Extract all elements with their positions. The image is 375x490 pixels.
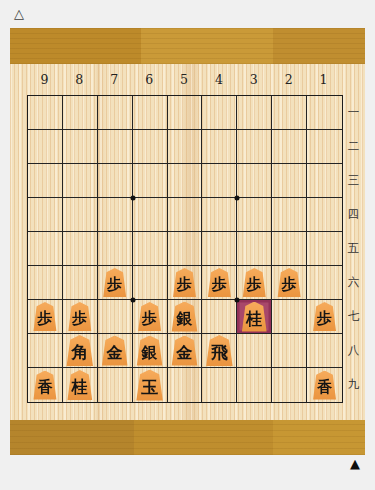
- piece-lance[interactable]: 香: [312, 371, 338, 400]
- file-label: 1: [306, 66, 341, 92]
- board-cell[interactable]: [237, 232, 272, 266]
- file-label: 8: [62, 66, 97, 92]
- board-cell[interactable]: [98, 300, 133, 334]
- board-cell[interactable]: 歩: [307, 300, 342, 334]
- piece-kanji: 歩: [37, 311, 52, 326]
- board-cell[interactable]: 角: [63, 334, 98, 368]
- board-cell[interactable]: [28, 232, 63, 266]
- board-cell[interactable]: [202, 198, 237, 232]
- board-cell[interactable]: [272, 96, 307, 130]
- board-cell[interactable]: [28, 130, 63, 164]
- board-cell[interactable]: [272, 130, 307, 164]
- piece-kanji: 金: [107, 345, 123, 361]
- board-cell[interactable]: [63, 232, 98, 266]
- file-label: 4: [201, 66, 236, 92]
- board-cell[interactable]: [168, 232, 203, 266]
- piece-kanji: 歩: [212, 277, 227, 292]
- piece-pawn[interactable]: 歩: [32, 302, 58, 331]
- board-cell[interactable]: [272, 334, 307, 368]
- board-cell[interactable]: [307, 232, 342, 266]
- piece-pawn[interactable]: 歩: [102, 268, 128, 297]
- sente-turn-indicator: ▲: [350, 457, 360, 470]
- piece-kanji: 歩: [177, 277, 192, 292]
- file-label: 5: [167, 66, 202, 92]
- board-cell[interactable]: [63, 96, 98, 130]
- rank-label: 三: [342, 163, 365, 197]
- board-cell[interactable]: [202, 300, 237, 334]
- board-cell[interactable]: [237, 130, 272, 164]
- file-label: 7: [97, 66, 132, 92]
- board-cell[interactable]: [133, 198, 168, 232]
- star-point: [235, 298, 240, 303]
- board-cell[interactable]: [272, 300, 307, 334]
- board-cell[interactable]: [272, 232, 307, 266]
- gote-turn-indicator: △: [14, 7, 24, 20]
- piece-kanji: 桂: [72, 379, 88, 395]
- board-cell[interactable]: [28, 334, 63, 368]
- piece-king[interactable]: 玉: [135, 370, 165, 401]
- rank-label: 七: [342, 299, 365, 333]
- board-cell[interactable]: [133, 130, 168, 164]
- board-cell[interactable]: [133, 96, 168, 130]
- board-cell[interactable]: [98, 96, 133, 130]
- board-cell[interactable]: [133, 164, 168, 198]
- rank-label: 八: [342, 333, 365, 367]
- board-cell[interactable]: 香: [28, 368, 63, 402]
- board-cell[interactable]: [28, 266, 63, 300]
- piece-kanji: 飛: [211, 344, 228, 361]
- rank-labels: 一二三四五六七八九: [342, 95, 365, 401]
- piece-kanji: 歩: [142, 311, 157, 326]
- star-point: [130, 196, 135, 201]
- star-point: [130, 298, 135, 303]
- piece-pawn[interactable]: 歩: [276, 268, 302, 297]
- board-bottom-rail: [10, 420, 365, 455]
- rank-label: 五: [342, 231, 365, 265]
- board-cell[interactable]: 香: [307, 368, 342, 402]
- piece-lance[interactable]: 香: [32, 371, 58, 400]
- board-cell[interactable]: 銀: [133, 334, 168, 368]
- board-surface: 987654321 一二三四五六七八九 歩歩歩歩歩歩歩歩銀桂歩角金銀金飛香桂玉香: [10, 64, 365, 420]
- board-cell[interactable]: [272, 164, 307, 198]
- board-cell[interactable]: [272, 368, 307, 402]
- piece-kanji: 歩: [247, 277, 262, 292]
- board-cell[interactable]: 金: [168, 334, 203, 368]
- board-cell[interactable]: [63, 130, 98, 164]
- board-cell[interactable]: 歩: [168, 266, 203, 300]
- piece-pawn[interactable]: 歩: [312, 302, 338, 331]
- board-cell[interactable]: 歩: [98, 266, 133, 300]
- star-point: [235, 196, 240, 201]
- piece-knight[interactable]: 桂: [240, 302, 268, 332]
- rank-label: 二: [342, 129, 365, 163]
- piece-kanji: 香: [317, 380, 332, 395]
- board-cell[interactable]: [307, 334, 342, 368]
- piece-silver[interactable]: 銀: [170, 302, 199, 332]
- piece-pawn[interactable]: 歩: [241, 268, 267, 297]
- piece-kanji: 桂: [246, 311, 262, 327]
- file-label: 3: [236, 66, 271, 92]
- board-grid: 歩歩歩歩歩歩歩歩銀桂歩角金銀金飛香桂玉香: [27, 95, 343, 403]
- rank-label: 四: [342, 197, 365, 231]
- piece-kanji: 歩: [72, 311, 87, 326]
- piece-silver[interactable]: 銀: [135, 336, 164, 366]
- board-cell[interactable]: 桂: [237, 300, 272, 334]
- piece-pawn[interactable]: 歩: [206, 268, 232, 297]
- piece-kanji: 歩: [107, 277, 122, 292]
- board-cell[interactable]: [202, 232, 237, 266]
- board-cell[interactable]: [237, 198, 272, 232]
- board-cell[interactable]: [307, 130, 342, 164]
- board-cell[interactable]: [307, 96, 342, 130]
- board-cell[interactable]: [202, 368, 237, 402]
- rank-label: 六: [342, 265, 365, 299]
- piece-pawn[interactable]: 歩: [171, 268, 197, 297]
- board-cell[interactable]: [98, 198, 133, 232]
- piece-pawn[interactable]: 歩: [137, 302, 163, 331]
- board-cell[interactable]: [63, 164, 98, 198]
- board-cell[interactable]: 歩: [63, 300, 98, 334]
- board-cell[interactable]: [237, 334, 272, 368]
- piece-kanji: 玉: [141, 379, 158, 396]
- board-cell[interactable]: [307, 164, 342, 198]
- board-cell[interactable]: [98, 232, 133, 266]
- piece-rook[interactable]: 飛: [204, 335, 234, 366]
- board-cell[interactable]: [307, 198, 342, 232]
- piece-kanji: 銀: [142, 345, 158, 361]
- file-label: 9: [27, 66, 62, 92]
- board-cell[interactable]: 歩: [272, 266, 307, 300]
- board-cell[interactable]: [168, 96, 203, 130]
- piece-gold[interactable]: 金: [170, 336, 199, 366]
- board-cell[interactable]: [28, 198, 63, 232]
- shogi-board: 987654321 一二三四五六七八九 歩歩歩歩歩歩歩歩銀桂歩角金銀金飛香桂玉香: [10, 28, 365, 455]
- board-cell[interactable]: [98, 164, 133, 198]
- board-cell[interactable]: [133, 266, 168, 300]
- board-cell[interactable]: [237, 96, 272, 130]
- board-cell[interactable]: [237, 164, 272, 198]
- board-cell[interactable]: [63, 266, 98, 300]
- file-label: 6: [132, 66, 167, 92]
- board-cell[interactable]: 歩: [237, 266, 272, 300]
- piece-gold[interactable]: 金: [100, 336, 129, 366]
- piece-kanji: 銀: [176, 311, 192, 327]
- board-cell[interactable]: 桂: [63, 368, 98, 402]
- board-cell[interactable]: [63, 198, 98, 232]
- board-cell[interactable]: [98, 130, 133, 164]
- board-cell[interactable]: [202, 164, 237, 198]
- board-cell[interactable]: [168, 368, 203, 402]
- board-cell[interactable]: [202, 96, 237, 130]
- board-top-rail: [10, 28, 365, 64]
- board-cell[interactable]: 金: [98, 334, 133, 368]
- piece-kanji: 角: [71, 344, 88, 361]
- board-cell[interactable]: [28, 164, 63, 198]
- board-cell[interactable]: 飛: [202, 334, 237, 368]
- board-cell[interactable]: [272, 198, 307, 232]
- rank-label: 九: [342, 367, 365, 401]
- rank-label: 一: [342, 95, 365, 129]
- piece-kanji: 歩: [282, 277, 297, 292]
- file-label: 2: [271, 66, 306, 92]
- piece-knight[interactable]: 桂: [66, 370, 94, 400]
- piece-bishop[interactable]: 角: [65, 335, 95, 366]
- board-cell[interactable]: [168, 198, 203, 232]
- board-cell[interactable]: [168, 130, 203, 164]
- board-cell[interactable]: 歩: [28, 300, 63, 334]
- file-labels: 987654321: [27, 66, 341, 92]
- board-cell[interactable]: [237, 368, 272, 402]
- piece-kanji: 金: [176, 345, 192, 361]
- board-cell[interactable]: [98, 368, 133, 402]
- piece-kanji: 歩: [317, 311, 332, 326]
- board-cell[interactable]: 歩: [202, 266, 237, 300]
- board-cell[interactable]: 銀: [168, 300, 203, 334]
- piece-kanji: 香: [37, 380, 52, 395]
- piece-pawn[interactable]: 歩: [67, 302, 93, 331]
- board-cell[interactable]: 歩: [133, 300, 168, 334]
- board-cell[interactable]: [133, 232, 168, 266]
- board-cell[interactable]: [28, 96, 63, 130]
- board-cell[interactable]: 玉: [133, 368, 168, 402]
- board-cell[interactable]: [202, 130, 237, 164]
- board-cell[interactable]: [307, 266, 342, 300]
- board-cell[interactable]: [168, 164, 203, 198]
